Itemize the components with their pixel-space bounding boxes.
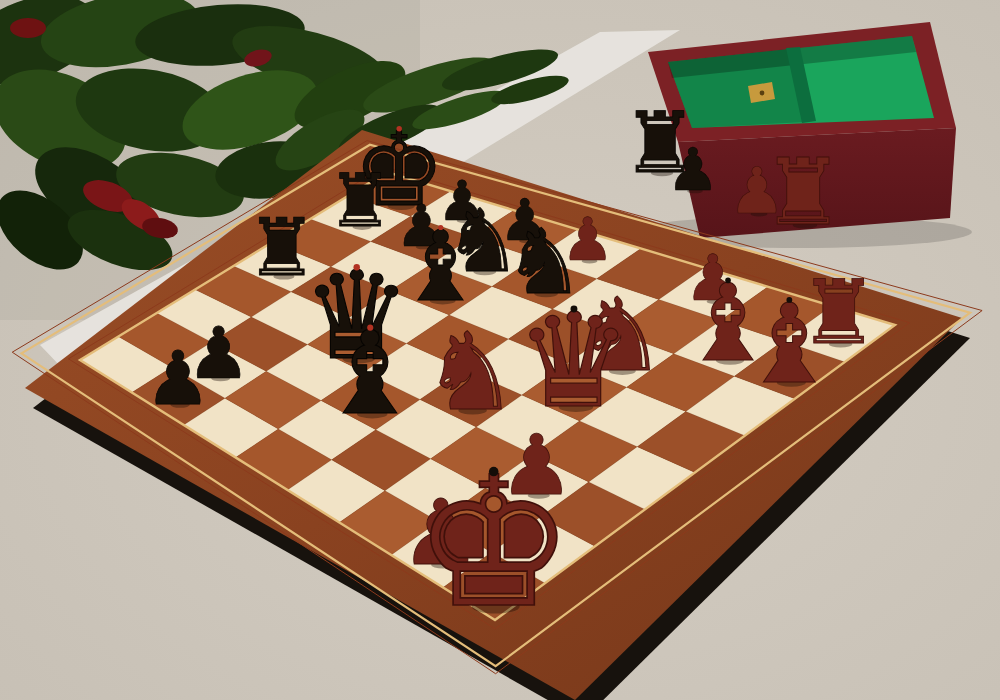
piece-glyph-rook: ♜ bbox=[762, 138, 845, 246]
contrasting-finial bbox=[367, 325, 373, 331]
contrasting-finial bbox=[571, 306, 578, 313]
piece-glyph-rook: ♜ bbox=[327, 158, 392, 243]
contrasting-finial bbox=[396, 126, 401, 131]
red-flower bbox=[10, 18, 46, 38]
piece-glyph-pawn: ♟ bbox=[145, 335, 211, 421]
piece-black-pawn[interactable]: ♟ bbox=[667, 135, 720, 204]
piece-red-bishop-a7[interactable]: ♝ bbox=[740, 280, 838, 408]
contrasting-finial bbox=[725, 278, 731, 284]
photo-stage: ♜♟♟♜♚♟♜♟♟♟♞♜♞♝♟♜♛♝♞♟♝♟♛♞♝♟♟♚ bbox=[0, 0, 1000, 700]
piece-red-rook[interactable]: ♜ bbox=[762, 138, 845, 246]
piece-black-pawn-g1[interactable]: ♟ bbox=[145, 335, 211, 421]
piece-red-knight-d4[interactable]: ♞ bbox=[423, 309, 519, 434]
contrasting-finial bbox=[786, 297, 792, 303]
piece-red-king-a1[interactable]: ♚ bbox=[413, 438, 575, 647]
piece-glyph-pawn: ♟ bbox=[667, 135, 720, 204]
box-latch-keyhole bbox=[760, 91, 765, 96]
contrasting-finial bbox=[438, 225, 443, 230]
contrasting-finial bbox=[489, 467, 499, 477]
contrasting-finial bbox=[353, 264, 359, 270]
scene: ♜♟♟♜♚♟♜♟♟♟♞♜♞♝♟♜♛♝♞♟♝♟♛♞♝♟♟♚ bbox=[0, 0, 1000, 700]
piece-red-queen-c5[interactable]: ♛ bbox=[516, 285, 633, 437]
piece-black-bishop-e3[interactable]: ♝ bbox=[319, 307, 422, 440]
piece-glyph-knight: ♞ bbox=[423, 309, 519, 434]
piece-black-rook-h7[interactable]: ♜ bbox=[327, 158, 392, 243]
